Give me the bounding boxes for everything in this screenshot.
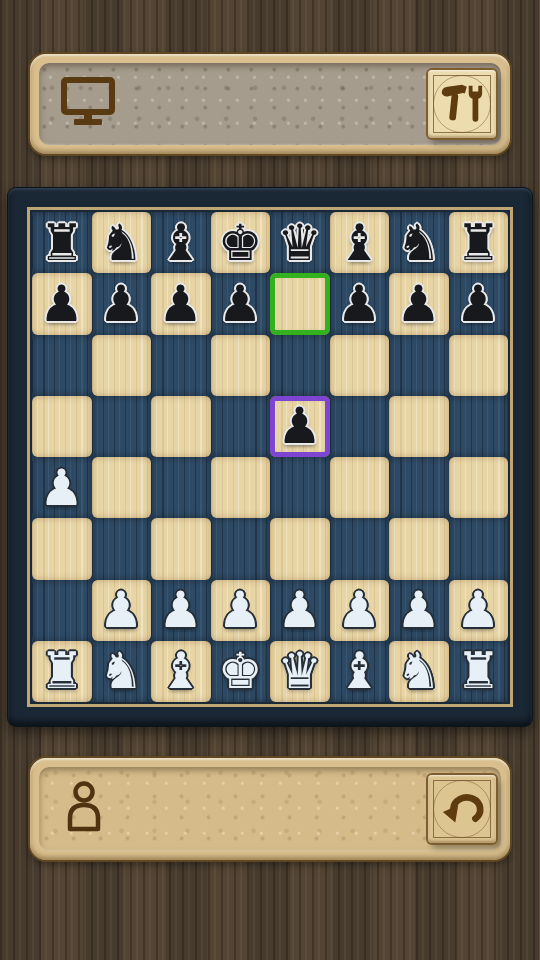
square-r3c6[interactable] — [389, 396, 449, 457]
square-r3c5[interactable] — [330, 396, 390, 457]
undo-arrow-icon — [439, 786, 485, 832]
square-r1c6[interactable]: ♟ — [389, 273, 449, 334]
piece-white-bishop: ♝ — [158, 646, 203, 696]
square-r1c2[interactable]: ♟ — [151, 273, 211, 334]
piece-white-queen: ♛ — [277, 646, 322, 696]
piece-black-pawn: ♟ — [456, 279, 501, 329]
piece-white-pawn: ♟ — [39, 463, 84, 513]
piece-white-knight: ♞ — [396, 646, 441, 696]
piece-white-pawn: ♟ — [396, 585, 441, 635]
square-r5c7[interactable] — [449, 518, 509, 579]
computer-monitor-icon — [60, 76, 116, 132]
square-r6c1[interactable]: ♟ — [92, 580, 152, 641]
square-r2c4[interactable] — [270, 335, 330, 396]
top-player-bar — [30, 54, 510, 154]
square-r2c5[interactable] — [330, 335, 390, 396]
piece-white-king: ♚ — [218, 646, 263, 696]
piece-white-pawn: ♟ — [218, 585, 263, 635]
square-r4c2[interactable] — [151, 457, 211, 518]
square-r6c4[interactable]: ♟ — [270, 580, 330, 641]
square-r0c5[interactable]: ♝ — [330, 212, 390, 273]
square-r5c1[interactable] — [92, 518, 152, 579]
square-r5c3[interactable] — [211, 518, 271, 579]
piece-black-queen: ♛ — [277, 218, 322, 268]
square-r7c0[interactable]: ♜ — [32, 641, 92, 702]
piece-white-pawn: ♟ — [99, 585, 144, 635]
square-r3c3[interactable] — [211, 396, 271, 457]
hammer-wrench-icon — [439, 81, 485, 127]
square-r6c2[interactable]: ♟ — [151, 580, 211, 641]
square-r3c7[interactable] — [449, 396, 509, 457]
piece-white-knight: ♞ — [99, 646, 144, 696]
square-r1c3[interactable]: ♟ — [211, 273, 271, 334]
square-r0c4[interactable]: ♛ — [270, 212, 330, 273]
square-r4c0[interactable]: ♟ — [32, 457, 92, 518]
square-r3c2[interactable] — [151, 396, 211, 457]
square-r1c0[interactable]: ♟ — [32, 273, 92, 334]
bottom-player-bar — [30, 758, 510, 860]
square-r3c1[interactable] — [92, 396, 152, 457]
square-r6c5[interactable]: ♟ — [330, 580, 390, 641]
piece-white-pawn: ♟ — [277, 585, 322, 635]
square-r4c5[interactable] — [330, 457, 390, 518]
piece-black-bishop: ♝ — [158, 218, 203, 268]
square-r5c4[interactable] — [270, 518, 330, 579]
square-r2c2[interactable] — [151, 335, 211, 396]
square-r6c6[interactable]: ♟ — [389, 580, 449, 641]
square-r4c4[interactable] — [270, 457, 330, 518]
square-r7c6[interactable]: ♞ — [389, 641, 449, 702]
piece-black-pawn: ♟ — [218, 279, 263, 329]
piece-white-pawn: ♟ — [456, 585, 501, 635]
square-r0c0[interactable]: ♜ — [32, 212, 92, 273]
square-r0c6[interactable]: ♞ — [389, 212, 449, 273]
piece-black-knight: ♞ — [396, 218, 441, 268]
square-r4c6[interactable] — [389, 457, 449, 518]
square-r7c7[interactable]: ♜ — [449, 641, 509, 702]
piece-white-rook: ♜ — [456, 646, 501, 696]
square-r7c4[interactable]: ♛ — [270, 641, 330, 702]
piece-black-king: ♚ — [218, 218, 263, 268]
person-icon — [60, 779, 108, 839]
piece-black-knight: ♞ — [99, 218, 144, 268]
square-r6c0[interactable] — [32, 580, 92, 641]
square-r4c3[interactable] — [211, 457, 271, 518]
square-r6c3[interactable]: ♟ — [211, 580, 271, 641]
square-r5c5[interactable] — [330, 518, 390, 579]
square-r0c3[interactable]: ♚ — [211, 212, 271, 273]
square-r2c7[interactable] — [449, 335, 509, 396]
piece-white-bishop: ♝ — [337, 646, 382, 696]
piece-black-pawn: ♟ — [99, 279, 144, 329]
square-r4c7[interactable] — [449, 457, 509, 518]
square-r2c0[interactable] — [32, 335, 92, 396]
piece-black-rook: ♜ — [456, 218, 501, 268]
square-r3c4[interactable]: ♟ — [270, 396, 330, 457]
piece-black-pawn: ♟ — [277, 401, 322, 451]
piece-white-rook: ♜ — [39, 646, 84, 696]
square-r2c1[interactable] — [92, 335, 152, 396]
undo-button[interactable] — [428, 775, 496, 843]
piece-black-pawn: ♟ — [158, 279, 203, 329]
square-r7c5[interactable]: ♝ — [330, 641, 390, 702]
board-squares: ♜♞♝♚♛♝♞♜♟♟♟♟♟♟♟♟♟♟♟♟♟♟♟♟♜♞♝♚♛♝♞♜ — [32, 212, 508, 702]
piece-black-pawn: ♟ — [396, 279, 441, 329]
square-r5c2[interactable] — [151, 518, 211, 579]
square-r1c4[interactable] — [270, 273, 330, 334]
chess-board: ♜♞♝♚♛♝♞♜♟♟♟♟♟♟♟♟♟♟♟♟♟♟♟♟♜♞♝♚♛♝♞♜ — [8, 188, 532, 726]
square-r1c7[interactable]: ♟ — [449, 273, 509, 334]
square-r7c1[interactable]: ♞ — [92, 641, 152, 702]
square-r7c2[interactable]: ♝ — [151, 641, 211, 702]
piece-black-bishop: ♝ — [337, 218, 382, 268]
piece-black-pawn: ♟ — [337, 279, 382, 329]
square-r2c6[interactable] — [389, 335, 449, 396]
piece-black-pawn: ♟ — [39, 279, 84, 329]
square-r6c7[interactable]: ♟ — [449, 580, 509, 641]
square-r0c1[interactable]: ♞ — [92, 212, 152, 273]
piece-white-pawn: ♟ — [158, 585, 203, 635]
square-r4c1[interactable] — [92, 457, 152, 518]
piece-black-rook: ♜ — [39, 218, 84, 268]
square-r0c2[interactable]: ♝ — [151, 212, 211, 273]
piece-white-pawn: ♟ — [337, 585, 382, 635]
square-r2c3[interactable] — [211, 335, 271, 396]
square-r7c3[interactable]: ♚ — [211, 641, 271, 702]
square-r1c1[interactable]: ♟ — [92, 273, 152, 334]
square-r0c7[interactable]: ♜ — [449, 212, 509, 273]
square-r5c0[interactable] — [32, 518, 92, 579]
square-r1c5[interactable]: ♟ — [330, 273, 390, 334]
settings-button[interactable] — [428, 70, 496, 138]
square-r5c6[interactable] — [389, 518, 449, 579]
square-r3c0[interactable] — [32, 396, 92, 457]
